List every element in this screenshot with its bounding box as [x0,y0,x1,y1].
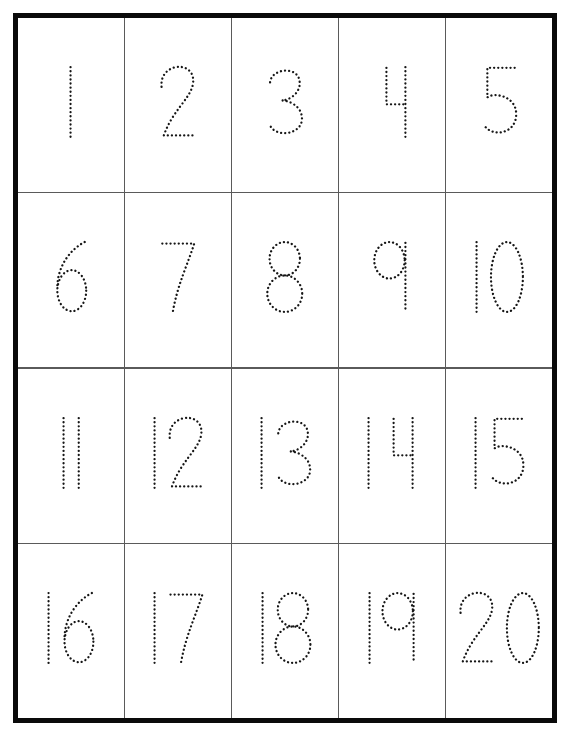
number-15-dotted-glyph [471,415,527,491]
number-4-dotted-glyph [372,64,413,140]
cell-11 [18,369,124,543]
cell-5 [446,18,552,192]
number-14-dotted-glyph [364,415,420,491]
number-18-dotted-glyph [258,590,313,666]
number-3-dotted-glyph [264,64,305,140]
cell-8 [232,193,338,367]
cell-1 [18,18,124,192]
cell-7 [125,193,231,367]
number-16-dotted-glyph [44,590,97,666]
cell-16 [18,544,124,718]
cell-20 [446,544,552,718]
number-13-dotted-glyph [257,415,313,491]
number-9-dotted-glyph [372,239,412,315]
number-12-dotted-glyph [150,415,206,491]
number-6-dotted-glyph [52,239,90,315]
cell-13 [232,369,338,543]
number-2-dotted-glyph [157,64,198,140]
cell-9 [339,193,445,367]
number-1-dotted-glyph [66,64,75,140]
number-5-dotted-glyph [479,64,520,140]
worksheet-page [0,0,570,738]
number-20-dotted-glyph [456,590,543,666]
number-11-dotted-glyph [59,415,83,491]
cell-6 [18,193,124,367]
number-17-dotted-glyph [150,590,206,666]
cell-4 [339,18,445,192]
cell-3 [232,18,338,192]
cell-12 [125,369,231,543]
cell-2 [125,18,231,192]
cell-14 [339,369,445,543]
cell-19 [339,544,445,718]
number-19-dotted-glyph [365,590,420,666]
cell-15 [446,369,552,543]
cell-18 [232,544,338,718]
cell-17 [125,544,231,718]
cell-10 [446,193,552,367]
tracing-grid [13,13,557,723]
number-7-dotted-glyph [157,239,198,315]
number-8-dotted-glyph [265,239,305,315]
number-10-dotted-glyph [472,239,527,315]
